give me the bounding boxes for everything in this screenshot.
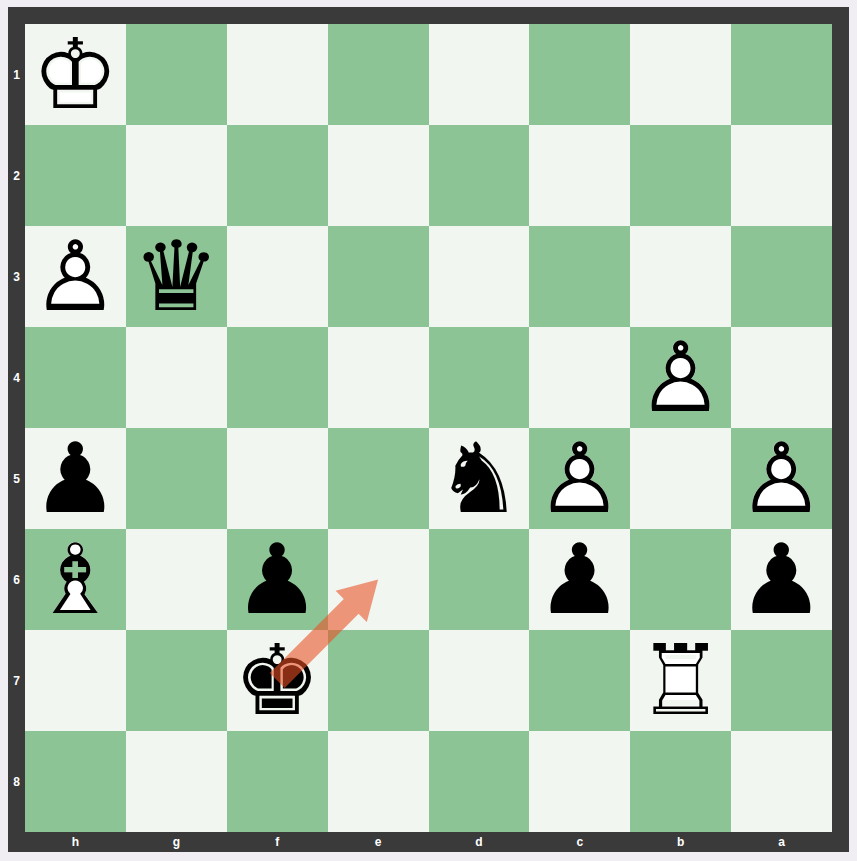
square-d5[interactable]: ♞	[429, 428, 530, 529]
square-a4[interactable]	[731, 327, 832, 428]
rank-label-7: 7	[8, 630, 25, 731]
square-d6[interactable]	[429, 529, 530, 630]
square-h2[interactable]	[25, 125, 126, 226]
square-e7[interactable]	[328, 630, 429, 731]
square-g4[interactable]	[126, 327, 227, 428]
square-c8[interactable]	[529, 731, 630, 832]
piece-black-pawn[interactable]: ♟	[529, 529, 630, 630]
square-b7[interactable]: ♜♖	[630, 630, 731, 731]
piece-white-pawn[interactable]: ♟♙	[25, 226, 126, 327]
square-c7[interactable]	[529, 630, 630, 731]
square-d8[interactable]	[429, 731, 530, 832]
piece-black-pawn[interactable]: ♟	[731, 529, 832, 630]
piece-glyph: ♙	[536, 430, 623, 527]
piece-glyph: ♞	[435, 430, 522, 527]
rank-label-6: 6	[8, 529, 25, 630]
square-e2[interactable]	[328, 125, 429, 226]
piece-glyph: ♖	[637, 632, 724, 729]
piece-black-knight[interactable]: ♞	[429, 428, 530, 529]
square-h7[interactable]	[25, 630, 126, 731]
piece-white-rook[interactable]: ♜♖	[630, 630, 731, 731]
square-b5[interactable]	[630, 428, 731, 529]
square-h3[interactable]: ♟♙	[25, 226, 126, 327]
square-f1[interactable]	[227, 24, 328, 125]
square-b2[interactable]	[630, 125, 731, 226]
square-d2[interactable]	[429, 125, 530, 226]
square-h4[interactable]	[25, 327, 126, 428]
chess-board: ♚♔♟♙♛♟♙♟♞♟♙♟♙♝♗♟♟♟♚♜♖	[25, 24, 832, 832]
file-label-e: e	[328, 832, 429, 852]
square-b6[interactable]	[630, 529, 731, 630]
rank-label-5: 5	[8, 428, 25, 529]
file-label-h: h	[25, 832, 126, 852]
piece-glyph: ♙	[32, 228, 119, 325]
square-b3[interactable]	[630, 226, 731, 327]
piece-white-pawn[interactable]: ♟♙	[529, 428, 630, 529]
square-a8[interactable]	[731, 731, 832, 832]
square-c4[interactable]	[529, 327, 630, 428]
square-e8[interactable]	[328, 731, 429, 832]
rank-label-4: 4	[8, 327, 25, 428]
square-c2[interactable]	[529, 125, 630, 226]
square-g3[interactable]: ♛	[126, 226, 227, 327]
file-label-b: b	[630, 832, 731, 852]
square-c1[interactable]	[529, 24, 630, 125]
file-label-f: f	[227, 832, 328, 852]
square-d1[interactable]	[429, 24, 530, 125]
piece-glyph: ♔	[32, 26, 119, 123]
square-g6[interactable]	[126, 529, 227, 630]
board-frame: ♚♔♟♙♛♟♙♟♞♟♙♟♙♝♗♟♟♟♚♜♖ 12345678 hgfedcba	[8, 7, 849, 852]
square-g5[interactable]	[126, 428, 227, 529]
square-e6[interactable]	[328, 529, 429, 630]
piece-glyph: ♚	[234, 632, 321, 729]
square-h8[interactable]	[25, 731, 126, 832]
square-a6[interactable]: ♟	[731, 529, 832, 630]
piece-glyph: ♟	[536, 531, 623, 628]
square-d7[interactable]	[429, 630, 530, 731]
piece-white-bishop[interactable]: ♝♗	[25, 529, 126, 630]
piece-white-king[interactable]: ♚♔	[25, 24, 126, 125]
square-f6[interactable]: ♟	[227, 529, 328, 630]
piece-white-pawn[interactable]: ♟♙	[630, 327, 731, 428]
square-c5[interactable]: ♟♙	[529, 428, 630, 529]
piece-glyph: ♙	[637, 329, 724, 426]
square-d3[interactable]	[429, 226, 530, 327]
square-h1[interactable]: ♚♔	[25, 24, 126, 125]
piece-black-queen[interactable]: ♛	[126, 226, 227, 327]
square-g1[interactable]	[126, 24, 227, 125]
rank-label-8: 8	[8, 731, 25, 832]
rank-label-1: 1	[8, 24, 25, 125]
square-e5[interactable]	[328, 428, 429, 529]
piece-glyph: ♗	[32, 531, 119, 628]
square-f5[interactable]	[227, 428, 328, 529]
piece-black-pawn[interactable]: ♟	[25, 428, 126, 529]
square-b1[interactable]	[630, 24, 731, 125]
square-f7[interactable]: ♚	[227, 630, 328, 731]
piece-glyph: ♙	[738, 430, 825, 527]
square-g7[interactable]	[126, 630, 227, 731]
square-e4[interactable]	[328, 327, 429, 428]
square-c3[interactable]	[529, 226, 630, 327]
square-f3[interactable]	[227, 226, 328, 327]
square-h5[interactable]: ♟	[25, 428, 126, 529]
piece-glyph: ♟	[234, 531, 321, 628]
square-c6[interactable]: ♟	[529, 529, 630, 630]
square-f4[interactable]	[227, 327, 328, 428]
piece-glyph: ♛	[133, 228, 220, 325]
rank-label-2: 2	[8, 125, 25, 226]
piece-glyph: ♟	[738, 531, 825, 628]
file-label-c: c	[529, 832, 630, 852]
square-a5[interactable]: ♟♙	[731, 428, 832, 529]
square-b4[interactable]: ♟♙	[630, 327, 731, 428]
page-background: ♚♔♟♙♛♟♙♟♞♟♙♟♙♝♗♟♟♟♚♜♖ 12345678 hgfedcba	[0, 0, 857, 861]
square-f2[interactable]	[227, 125, 328, 226]
square-f8[interactable]	[227, 731, 328, 832]
square-a3[interactable]	[731, 226, 832, 327]
square-h6[interactable]: ♝♗	[25, 529, 126, 630]
file-label-g: g	[126, 832, 227, 852]
piece-glyph: ♟	[32, 430, 119, 527]
rank-label-3: 3	[8, 226, 25, 327]
square-a2[interactable]	[731, 125, 832, 226]
square-a1[interactable]	[731, 24, 832, 125]
square-b8[interactable]	[630, 731, 731, 832]
square-g8[interactable]	[126, 731, 227, 832]
square-g2[interactable]	[126, 125, 227, 226]
piece-white-pawn[interactable]: ♟♙	[731, 428, 832, 529]
piece-black-king[interactable]: ♚	[227, 630, 328, 731]
piece-black-pawn[interactable]: ♟	[227, 529, 328, 630]
file-label-d: d	[429, 832, 530, 852]
square-a7[interactable]	[731, 630, 832, 731]
square-e3[interactable]	[328, 226, 429, 327]
square-e1[interactable]	[328, 24, 429, 125]
file-label-a: a	[731, 832, 832, 852]
square-d4[interactable]	[429, 327, 530, 428]
